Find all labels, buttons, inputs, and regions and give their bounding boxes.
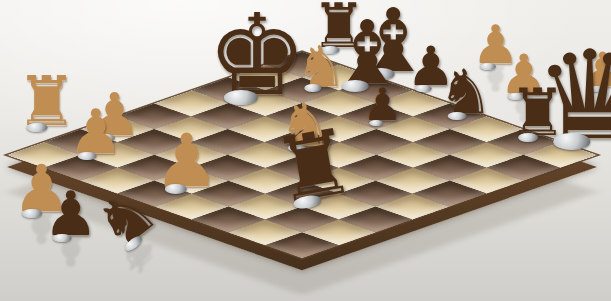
chess-piece-black-knight: ♞	[438, 66, 475, 118]
chess-piece-white-rook: ♜	[16, 72, 58, 130]
chess-piece-black-pawn: ♟	[43, 188, 80, 240]
chess-piece-black-pawn: ♟	[362, 86, 389, 124]
pawn-glyph: ♟	[154, 130, 199, 192]
pawn-glyph: ♟	[43, 188, 80, 240]
chess-piece-black-queen: ♛	[535, 44, 610, 148]
chess-piece-black-pawn: ♟	[406, 44, 439, 90]
king-glyph: ♚	[207, 8, 275, 103]
chess-piece-black-king: ♚	[207, 8, 275, 103]
chrome-ball-base	[165, 184, 187, 194]
pawn-glyph: ♟	[362, 86, 389, 124]
chrome-ball-base	[553, 133, 590, 150]
chess-piece-white-pawn: ♟	[154, 130, 199, 192]
chrome-ball-base	[369, 120, 383, 126]
knight-glyph: ♞	[438, 66, 475, 118]
chrome-ball-base	[22, 209, 42, 218]
pawn-glyph: ♟	[68, 106, 105, 158]
rook-glyph: ♜	[16, 72, 58, 130]
product-photo-chess-scene: ♜♟♟♟♞♞♚♜♝♝♟♞♟♜♜♛♟♟♟♟♞♞♟♟♟♟♟♟	[0, 0, 611, 301]
chess-piece-white-pawn: ♟	[68, 106, 105, 158]
pawn-glyph: ♟	[406, 44, 439, 90]
